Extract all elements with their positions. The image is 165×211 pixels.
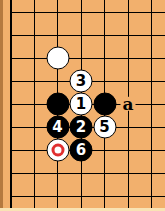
intersection-c4-r5: 1 (69, 93, 93, 116)
intersection-c2-r2 (22, 24, 46, 47)
grid-line-vertical (104, 47, 105, 70)
intersection-c7-r1 (140, 1, 164, 24)
board-edge-line (10, 70, 12, 93)
intersection-c1-r5 (0, 93, 22, 116)
grid-line-horizontal (11, 127, 23, 128)
stone-white-3: 3 (70, 70, 93, 93)
intersection-c3-r4 (46, 70, 70, 93)
board-edge-line (10, 139, 12, 162)
grid-line-horizontal (11, 196, 23, 197)
grid-line-vertical (128, 139, 129, 162)
intersection-c5-r6: 5 (93, 116, 117, 139)
stone-black-plain (46, 93, 69, 116)
grid-line-vertical (57, 24, 58, 47)
red-circle-marker-icon (51, 144, 64, 157)
board-edge-line (10, 0, 12, 24)
intersection-c5-r9 (93, 185, 117, 208)
stone-number: 6 (76, 143, 86, 158)
intersection-c3-r5 (46, 93, 70, 116)
intersection-c4-r2 (69, 24, 93, 47)
intersection-c1-r3 (0, 47, 22, 70)
board-edge-line (10, 185, 12, 208)
stone-number: 3 (76, 74, 86, 89)
grid-line-vertical (34, 162, 35, 185)
grid-line-horizontal (140, 196, 165, 197)
intersection-c6-r4 (116, 70, 140, 93)
intersection-c6-r6 (116, 116, 140, 139)
intersection-c4-r7: 6 (69, 139, 93, 162)
intersection-c5-r5 (93, 93, 117, 116)
intersection-c7-r6 (140, 116, 164, 139)
grid-line-vertical (128, 116, 129, 139)
stone-black-plain (93, 93, 116, 116)
grid-line-vertical (81, 47, 82, 70)
stone-black-6: 6 (70, 139, 93, 162)
intersection-c5-r8 (93, 162, 117, 185)
grid-line-horizontal (140, 104, 165, 105)
stone-number: 5 (99, 120, 109, 135)
intersection-c2-r8 (22, 162, 46, 185)
intersection-c6-r9 (116, 185, 140, 208)
grid-line-horizontal (11, 58, 23, 59)
intersection-c7-r9 (140, 185, 164, 208)
intersection-c3-r8 (46, 162, 70, 185)
grid-line-horizontal (11, 150, 23, 151)
intersection-c7-r4 (140, 70, 164, 93)
grid-line-vertical (81, 185, 82, 208)
intersection-c7-r2 (140, 24, 164, 47)
grid-line-vertical (34, 70, 35, 93)
stone-white-1: 1 (70, 93, 93, 116)
grid-line-horizontal (140, 35, 165, 36)
intersection-c5-r1 (93, 1, 117, 24)
grid-line-horizontal (140, 58, 165, 59)
grid-line-vertical (128, 47, 129, 70)
go-board-grid: 31a4256 (0, 1, 163, 208)
intersection-c4-r8 (69, 162, 93, 185)
grid-line-vertical (57, 185, 58, 208)
stone-white-5: 5 (93, 116, 116, 139)
grid-line-vertical (104, 70, 105, 93)
grid-line-vertical (151, 185, 152, 208)
intersection-c5-r2 (93, 24, 117, 47)
intersection-c6-r7 (116, 139, 140, 162)
intersection-c4-r1 (69, 1, 93, 24)
grid-line-vertical (128, 162, 129, 185)
grid-line-vertical (57, 70, 58, 93)
grid-line-vertical (151, 93, 152, 116)
grid-line-vertical (34, 116, 35, 139)
grid-line-vertical (128, 185, 129, 208)
grid-line-vertical (128, 0, 129, 24)
grid-line-vertical (151, 139, 152, 162)
intersection-c3-r7 (46, 139, 70, 162)
grid-line-vertical (151, 162, 152, 185)
grid-line-horizontal (11, 35, 23, 36)
grid-line-vertical (34, 47, 35, 70)
stone-black-2: 2 (70, 116, 93, 139)
intersection-c1-r7 (0, 139, 22, 162)
intersection-c6-r1 (116, 1, 140, 24)
intersection-c2-r9 (22, 185, 46, 208)
grid-line-horizontal (11, 81, 23, 82)
grid-line-horizontal (140, 150, 165, 151)
intersection-c4-r3 (69, 47, 93, 70)
intersection-c2-r4 (22, 70, 46, 93)
grid-line-vertical (104, 139, 105, 162)
grid-line-vertical (34, 24, 35, 47)
image-bottom-margin (0, 208, 165, 211)
grid-line-vertical (81, 162, 82, 185)
board-left-edge-shadow (0, 0, 3, 211)
grid-line-vertical (151, 70, 152, 93)
intersection-c1-r9 (0, 185, 22, 208)
point-label-a: a (120, 97, 135, 111)
grid-line-vertical (34, 93, 35, 116)
grid-line-horizontal (11, 173, 23, 174)
go-diagram: 31a4256 (0, 0, 165, 211)
grid-line-horizontal (140, 12, 165, 13)
intersection-c7-r5 (140, 93, 164, 116)
grid-line-vertical (151, 47, 152, 70)
intersection-c1-r4 (0, 70, 22, 93)
grid-line-vertical (104, 24, 105, 47)
grid-line-horizontal (11, 104, 23, 105)
grid-line-vertical (81, 24, 82, 47)
grid-line-vertical (151, 0, 152, 24)
intersection-c2-r5 (22, 93, 46, 116)
grid-line-vertical (104, 185, 105, 208)
intersection-c5-r3 (93, 47, 117, 70)
intersection-c6-r5: a (116, 93, 140, 116)
stone-number: 4 (52, 120, 62, 135)
intersection-c7-r7 (140, 139, 164, 162)
intersection-c7-r8 (140, 162, 164, 185)
grid-line-vertical (128, 70, 129, 93)
intersection-c6-r8 (116, 162, 140, 185)
intersection-c4-r4: 3 (69, 70, 93, 93)
grid-line-vertical (151, 116, 152, 139)
board-edge-line (10, 162, 12, 185)
intersection-c2-r7 (22, 139, 46, 162)
board-edge-line (10, 116, 12, 139)
stone-black-4: 4 (46, 116, 69, 139)
board-edge-line (10, 24, 12, 47)
intersection-c3-r9 (46, 185, 70, 208)
grid-line-horizontal (140, 127, 165, 128)
grid-line-vertical (34, 185, 35, 208)
stone-number: 2 (76, 120, 86, 135)
intersection-c3-r6: 4 (46, 116, 70, 139)
intersection-c7-r3 (140, 47, 164, 70)
stone-white-red-circle (46, 139, 69, 162)
intersection-c2-r1 (22, 1, 46, 24)
intersection-c2-r3 (22, 47, 46, 70)
intersection-c4-r6: 2 (69, 116, 93, 139)
grid-line-vertical (151, 24, 152, 47)
intersection-c3-r2 (46, 24, 70, 47)
intersection-c2-r6 (22, 116, 46, 139)
intersection-c1-r8 (0, 162, 22, 185)
stone-number: 1 (76, 97, 86, 112)
grid-line-horizontal (140, 173, 165, 174)
intersection-c3-r1 (46, 1, 70, 24)
intersection-c5-r7 (93, 139, 117, 162)
grid-line-vertical (81, 0, 82, 24)
grid-line-vertical (34, 0, 35, 24)
board-edge-line (10, 93, 12, 116)
board-edge-line (10, 47, 12, 70)
grid-line-horizontal (140, 81, 165, 82)
grid-line-vertical (34, 139, 35, 162)
intersection-c3-r3 (46, 47, 70, 70)
grid-line-vertical (104, 0, 105, 24)
intersection-c5-r4 (93, 70, 117, 93)
grid-line-vertical (57, 0, 58, 24)
intersection-c1-r2 (0, 24, 22, 47)
intersection-c1-r6 (0, 116, 22, 139)
intersection-c6-r2 (116, 24, 140, 47)
grid-line-vertical (128, 24, 129, 47)
intersection-c4-r9 (69, 185, 93, 208)
stone-white-plain (46, 47, 69, 70)
intersection-c1-r1 (0, 1, 22, 24)
grid-line-vertical (57, 162, 58, 185)
intersection-c6-r3 (116, 47, 140, 70)
grid-line-horizontal (11, 12, 23, 13)
grid-line-vertical (104, 162, 105, 185)
